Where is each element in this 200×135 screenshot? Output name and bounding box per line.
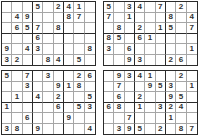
cell-bottom-right-r4c9[interactable]	[187, 103, 197, 114]
cell-bottom-right-r1c9[interactable]	[187, 71, 197, 82]
cell-top-right-r4c4[interactable]: 6	[135, 34, 145, 45]
cell-top-right-r5c6[interactable]	[156, 44, 166, 55]
cell-bottom-right-r1c7[interactable]	[166, 71, 176, 82]
cell-bottom-right-r6c4[interactable]: 5	[135, 124, 145, 135]
cell-top-left-r6c5[interactable]: 8	[43, 55, 53, 66]
cell-top-right-r4c3[interactable]	[125, 34, 135, 45]
cell-top-left-r1c4[interactable]: 5	[33, 2, 43, 13]
cell-top-right-r2c5[interactable]	[145, 13, 155, 24]
cell-top-left-r1c7[interactable]: 4	[64, 2, 74, 13]
cell-top-left-r4c6[interactable]	[54, 34, 64, 45]
cell-top-right-r5c1[interactable]: 3	[104, 44, 114, 55]
cell-top-right-r1c7[interactable]	[166, 2, 176, 13]
cell-top-left-r3c8[interactable]	[74, 23, 84, 34]
cell-bottom-left-r2c8[interactable]: 8	[74, 82, 84, 93]
cell-top-right-r3c6[interactable]: 1	[156, 23, 166, 34]
cell-bottom-left-r4c5[interactable]	[43, 103, 53, 114]
cell-bottom-left-r1c2[interactable]	[12, 71, 22, 82]
cell-bottom-left-r1c4[interactable]	[33, 71, 43, 82]
cell-bottom-left-r4c2[interactable]	[12, 103, 22, 114]
cell-bottom-right-r3c6[interactable]	[156, 92, 166, 103]
cell-bottom-left-r2c6[interactable]: 9	[54, 82, 64, 93]
cell-top-left-r5c5[interactable]	[43, 44, 53, 55]
cell-top-right-r1c8[interactable]: 2	[176, 2, 186, 13]
cell-top-right-r1c4[interactable]: 4	[135, 2, 145, 13]
cell-top-right-r5c2[interactable]	[114, 44, 124, 55]
cell-top-left-r2c9[interactable]	[85, 13, 95, 24]
cell-bottom-left-r6c5[interactable]	[43, 124, 53, 135]
cell-bottom-left-r4c9[interactable]: 3	[85, 103, 95, 114]
cell-bottom-right-r5c2[interactable]	[114, 113, 124, 124]
cell-bottom-left-r5c8[interactable]	[74, 113, 84, 124]
cell-bottom-right-r3c1[interactable]	[104, 92, 114, 103]
cell-top-left-r1c9[interactable]	[85, 2, 95, 13]
cell-top-right-r4c8[interactable]	[176, 34, 186, 45]
cell-top-right-r2c2[interactable]	[114, 13, 124, 24]
cell-top-left-r2c7[interactable]: 8	[64, 13, 74, 24]
cell-bottom-left-r5c7[interactable]: 9	[64, 113, 74, 124]
cell-top-left-r6c2[interactable]: 2	[12, 55, 22, 66]
cell-bottom-left-r2c3[interactable]: 3	[23, 82, 33, 93]
cell-top-right-r3c4[interactable]: 2	[135, 23, 145, 34]
cell-bottom-left-r3c7[interactable]	[64, 92, 74, 103]
cell-bottom-left-r6c3[interactable]	[23, 124, 33, 135]
cell-bottom-left-r1c8[interactable]: 2	[74, 71, 84, 82]
cell-top-right-r6c7[interactable]: 2	[166, 55, 176, 66]
sudoku-board-bottom-right: 9341279531629568132471395287	[103, 70, 198, 135]
cell-top-left-r6c9[interactable]	[85, 55, 95, 66]
cell-top-left-r4c4[interactable]: 6	[33, 34, 43, 45]
cell-bottom-left-r6c8[interactable]	[74, 124, 84, 135]
cell-top-right-r6c5[interactable]	[145, 55, 155, 66]
cell-top-left-r2c4[interactable]	[33, 13, 43, 24]
cell-bottom-right-r2c3[interactable]	[125, 82, 135, 93]
cell-top-right-r6c8[interactable]: 6	[176, 55, 186, 66]
cell-bottom-right-r4c3[interactable]	[125, 103, 135, 114]
cell-top-left-r6c4[interactable]	[33, 55, 43, 66]
cell-bottom-right-r6c1[interactable]	[104, 124, 114, 135]
cell-top-right-r2c9[interactable]: 4	[187, 13, 197, 24]
cell-bottom-right-r6c3[interactable]: 9	[125, 124, 135, 135]
cell-top-left-r1c8[interactable]: 1	[74, 2, 84, 13]
cell-bottom-right-r2c4[interactable]	[135, 82, 145, 93]
cell-bottom-left-r2c4[interactable]	[33, 82, 43, 93]
cell-bottom-right-r3c2[interactable]: 6	[114, 92, 124, 103]
cell-top-right-r2c6[interactable]	[156, 13, 166, 24]
cell-top-left-r2c1[interactable]	[2, 13, 12, 24]
cell-bottom-right-r4c2[interactable]: 8	[114, 103, 124, 114]
cell-top-right-r2c3[interactable]: 1	[125, 13, 135, 24]
cell-bottom-left-r3c3[interactable]	[23, 92, 33, 103]
cell-bottom-left-r4c7[interactable]	[64, 103, 74, 114]
cell-bottom-right-r4c5[interactable]	[145, 103, 155, 114]
cell-bottom-left-r6c6[interactable]	[54, 124, 64, 135]
cell-top-left-r5c7[interactable]	[64, 44, 74, 55]
cell-bottom-right-r1c2[interactable]: 9	[114, 71, 124, 82]
cell-top-left-r4c9[interactable]	[85, 34, 95, 45]
cell-bottom-left-r6c4[interactable]: 9	[33, 124, 43, 135]
cell-bottom-left-r5c5[interactable]	[43, 113, 53, 124]
cell-top-right-r2c4[interactable]	[135, 13, 145, 24]
sudoku-sheet: 5241498765786943832845 53472718482157856…	[0, 0, 200, 135]
cell-top-left-r4c3[interactable]	[23, 34, 33, 45]
cell-top-left-r3c2[interactable]: 6	[12, 23, 22, 34]
cell-bottom-right-r2c9[interactable]: 1	[187, 82, 197, 93]
cell-bottom-left-r5c3[interactable]: 6	[23, 113, 33, 124]
cell-bottom-right-r5c6[interactable]	[156, 113, 166, 124]
cell-bottom-right-r5c8[interactable]	[176, 113, 186, 124]
cell-bottom-right-r1c4[interactable]: 4	[135, 71, 145, 82]
cell-top-right-r3c8[interactable]	[176, 23, 186, 34]
cell-bottom-right-r3c3[interactable]	[125, 92, 135, 103]
cell-top-left-r6c8[interactable]: 5	[74, 55, 84, 66]
cell-bottom-left-r4c1[interactable]: 1	[2, 103, 12, 114]
cell-top-right-r3c7[interactable]: 5	[166, 23, 176, 34]
cell-bottom-left-r1c9[interactable]: 6	[85, 71, 95, 82]
cell-top-left-r1c6[interactable]: 2	[54, 2, 64, 13]
cell-top-left-r6c6[interactable]: 4	[54, 55, 64, 66]
cell-top-right-r1c6[interactable]: 7	[156, 2, 166, 13]
cell-top-left-r4c1[interactable]	[2, 34, 12, 45]
cell-top-left-r5c8[interactable]	[74, 44, 84, 55]
cell-top-left-r6c1[interactable]: 3	[2, 55, 12, 66]
cell-bottom-right-r6c9[interactable]: 7	[187, 124, 197, 135]
cell-top-left-r4c7[interactable]	[64, 34, 74, 45]
cell-top-left-r5c1[interactable]: 9	[2, 44, 12, 55]
cell-top-left-r4c8[interactable]	[74, 34, 84, 45]
cell-bottom-right-r5c5[interactable]	[145, 113, 155, 124]
cell-bottom-right-r5c9[interactable]	[187, 113, 197, 124]
cell-bottom-right-r6c2[interactable]: 3	[114, 124, 124, 135]
cell-top-right-r1c3[interactable]: 3	[125, 2, 135, 13]
cell-top-left-r1c3[interactable]	[23, 2, 33, 13]
cell-bottom-right-r3c7[interactable]: 9	[166, 92, 176, 103]
cell-top-right-r6c2[interactable]	[114, 55, 124, 66]
cell-bottom-right-r6c8[interactable]: 8	[176, 124, 186, 135]
cell-top-left-r5c9[interactable]: 8	[85, 44, 95, 55]
cell-bottom-right-r1c3[interactable]: 3	[125, 71, 135, 82]
cell-top-left-r4c2[interactable]	[12, 34, 22, 45]
cell-top-right-r5c8[interactable]	[176, 44, 186, 55]
cell-bottom-left-r5c2[interactable]	[12, 113, 22, 124]
cell-top-right-r6c1[interactable]	[104, 55, 114, 66]
cell-bottom-left-r3c5[interactable]	[43, 92, 53, 103]
cell-bottom-left-r4c6[interactable]: 6	[54, 103, 64, 114]
cell-top-right-r2c1[interactable]: 7	[104, 13, 114, 24]
cell-top-right-r5c4[interactable]	[135, 44, 145, 55]
cell-top-right-r4c7[interactable]	[166, 34, 176, 45]
cell-bottom-right-r4c6[interactable]: 3	[156, 103, 166, 114]
cell-bottom-left-r1c3[interactable]: 7	[23, 71, 33, 82]
cell-top-left-r1c1[interactable]	[2, 2, 12, 13]
cell-top-left-r5c4[interactable]: 3	[33, 44, 43, 55]
cell-bottom-right-r3c8[interactable]: 5	[176, 92, 186, 103]
cell-bottom-left-r3c2[interactable]: 1	[12, 92, 22, 103]
cell-top-right-r1c2[interactable]	[114, 2, 124, 13]
cell-bottom-right-r6c7[interactable]	[166, 124, 176, 135]
cell-bottom-left-r6c2[interactable]: 8	[12, 124, 22, 135]
cell-top-right-r4c2[interactable]: 5	[114, 34, 124, 45]
cell-bottom-left-r4c8[interactable]: 5	[74, 103, 84, 114]
cell-top-left-r3c5[interactable]	[43, 23, 53, 34]
cell-top-right-r1c9[interactable]	[187, 2, 197, 13]
cell-bottom-right-r4c4[interactable]: 1	[135, 103, 145, 114]
cell-top-right-r3c2[interactable]: 8	[114, 23, 124, 34]
cell-bottom-right-r2c7[interactable]: 3	[166, 82, 176, 93]
cell-bottom-right-r6c6[interactable]: 2	[156, 124, 166, 135]
cell-bottom-left-r1c1[interactable]: 5	[2, 71, 12, 82]
cell-bottom-left-r5c1[interactable]	[2, 113, 12, 124]
cell-top-right-r1c5[interactable]	[145, 2, 155, 13]
cell-bottom-right-r1c8[interactable]: 2	[176, 71, 186, 82]
cell-top-left-r3c3[interactable]: 5	[23, 23, 33, 34]
cell-top-left-r2c3[interactable]: 9	[23, 13, 33, 24]
cell-top-right-r6c4[interactable]: 3	[135, 55, 145, 66]
cell-top-left-r4c5[interactable]	[43, 34, 53, 45]
sudoku-board-top-left: 5241498765786943832845	[1, 1, 96, 66]
cell-bottom-left-r5c9[interactable]	[85, 113, 95, 124]
cell-bottom-right-r2c2[interactable]: 7	[114, 82, 124, 93]
cell-top-left-r5c3[interactable]: 4	[23, 44, 33, 55]
cell-top-left-r2c8[interactable]: 7	[74, 13, 84, 24]
cell-bottom-right-r6c5[interactable]	[145, 124, 155, 135]
cell-bottom-right-r1c5[interactable]: 1	[145, 71, 155, 82]
cell-top-right-r5c9[interactable]: 1	[187, 44, 197, 55]
cell-top-right-r5c3[interactable]: 6	[125, 44, 135, 55]
cell-top-left-r1c2[interactable]	[12, 2, 22, 13]
cell-top-left-r2c2[interactable]: 4	[12, 13, 22, 24]
cell-bottom-left-r5c6[interactable]	[54, 113, 64, 124]
cell-bottom-right-r5c3[interactable]: 7	[125, 113, 135, 124]
cell-bottom-left-r3c6[interactable]: 2	[54, 92, 64, 103]
cell-top-left-r1c5[interactable]	[43, 2, 53, 13]
cell-bottom-left-r4c3[interactable]	[23, 103, 33, 114]
cell-bottom-left-r3c9[interactable]: 5	[85, 92, 95, 103]
cell-bottom-left-r3c4[interactable]: 4	[33, 92, 43, 103]
cell-top-right-r4c5[interactable]: 1	[145, 34, 155, 45]
cell-bottom-right-r3c4[interactable]: 2	[135, 92, 145, 103]
cell-top-left-r3c9[interactable]	[85, 23, 95, 34]
cell-bottom-left-r6c9[interactable]: 4	[85, 124, 95, 135]
cell-top-right-r3c5[interactable]	[145, 23, 155, 34]
cell-bottom-left-r2c9[interactable]	[85, 82, 95, 93]
cell-bottom-left-r2c2[interactable]	[12, 82, 22, 93]
cell-bottom-right-r3c9[interactable]	[187, 92, 197, 103]
cell-bottom-left-r1c6[interactable]	[54, 71, 64, 82]
cell-top-right-r5c5[interactable]	[145, 44, 155, 55]
cell-bottom-right-r2c1[interactable]	[104, 82, 114, 93]
cell-top-left-r3c1[interactable]	[2, 23, 12, 34]
cell-bottom-left-r3c1[interactable]	[2, 92, 12, 103]
cell-top-left-r3c7[interactable]	[64, 23, 74, 34]
cell-bottom-right-r5c4[interactable]	[135, 113, 145, 124]
sudoku-board-top-right: 5347271848215785613619326	[103, 1, 198, 66]
cell-bottom-right-r3c5[interactable]	[145, 92, 155, 103]
cell-top-right-r3c9[interactable]: 7	[187, 23, 197, 34]
cell-top-left-r6c7[interactable]	[64, 55, 74, 66]
cell-top-right-r4c9[interactable]	[187, 34, 197, 45]
cell-bottom-left-r2c1[interactable]	[2, 82, 12, 93]
cell-bottom-left-r6c1[interactable]: 3	[2, 124, 12, 135]
cell-top-right-r3c1[interactable]	[104, 23, 114, 34]
cell-top-right-r2c8[interactable]	[176, 13, 186, 24]
cell-bottom-left-r1c5[interactable]: 3	[43, 71, 53, 82]
cell-bottom-left-r5c4[interactable]	[33, 113, 43, 124]
cell-top-right-r3c3[interactable]	[125, 23, 135, 34]
cell-top-left-r5c6[interactable]	[54, 44, 64, 55]
cell-bottom-right-r4c1[interactable]: 6	[104, 103, 114, 114]
cell-bottom-right-r5c1[interactable]	[104, 113, 114, 124]
cell-bottom-left-r4c4[interactable]	[33, 103, 43, 114]
cell-top-right-r5c7[interactable]	[166, 44, 176, 55]
cell-bottom-left-r6c7[interactable]	[64, 124, 74, 135]
cell-top-left-r3c6[interactable]: 8	[54, 23, 64, 34]
cell-top-right-r4c6[interactable]	[156, 34, 166, 45]
cell-bottom-left-r2c7[interactable]: 1	[64, 82, 74, 93]
cell-top-left-r5c2[interactable]	[12, 44, 22, 55]
cell-bottom-right-r1c1[interactable]	[104, 71, 114, 82]
cell-bottom-left-r3c8[interactable]	[74, 92, 84, 103]
cell-bottom-left-r1c7[interactable]	[64, 71, 74, 82]
cell-top-right-r6c9[interactable]	[187, 55, 197, 66]
cell-bottom-right-r4c7[interactable]: 2	[166, 103, 176, 114]
cell-bottom-right-r4c8[interactable]: 4	[176, 103, 186, 114]
cell-top-left-r6c3[interactable]	[23, 55, 33, 66]
cell-top-left-r2c5[interactable]	[43, 13, 53, 24]
cell-top-left-r2c6[interactable]	[54, 13, 64, 24]
cell-top-right-r6c3[interactable]: 9	[125, 55, 135, 66]
cell-bottom-right-r2c6[interactable]: 5	[156, 82, 166, 93]
cell-bottom-right-r2c5[interactable]: 9	[145, 82, 155, 93]
cell-top-left-r3c4[interactable]: 7	[33, 23, 43, 34]
cell-top-right-r1c1[interactable]: 5	[104, 2, 114, 13]
cell-top-right-r4c1[interactable]: 8	[104, 34, 114, 45]
cell-top-right-r6c6[interactable]	[156, 55, 166, 66]
cell-bottom-right-r5c7[interactable]: 1	[166, 113, 176, 124]
cell-bottom-right-r2c8[interactable]	[176, 82, 186, 93]
cell-top-right-r2c7[interactable]: 8	[166, 13, 176, 24]
cell-bottom-right-r1c6[interactable]	[156, 71, 166, 82]
sudoku-board-bottom-left: 57326391814251653693894	[1, 70, 96, 135]
cell-bottom-left-r2c5[interactable]	[43, 82, 53, 93]
